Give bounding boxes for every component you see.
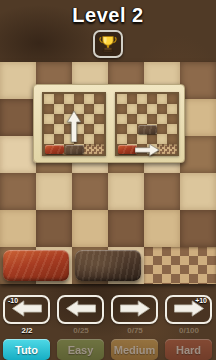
pack-progress-tuto: 2/2 — [0, 326, 54, 335]
red-block — [45, 145, 64, 154]
board-cell — [167, 104, 177, 114]
board-cell — [137, 104, 147, 114]
board-cell — [180, 173, 216, 210]
up-arrow-icon — [67, 111, 81, 142]
board-cell — [180, 99, 216, 136]
board-cell — [0, 136, 36, 173]
board-cell — [137, 114, 147, 124]
board-cell — [167, 134, 177, 144]
goal-zone — [84, 144, 104, 154]
trophy-button[interactable] — [93, 30, 123, 58]
board-cell — [180, 136, 216, 173]
board-cell — [44, 104, 54, 114]
board-cell — [127, 114, 137, 124]
red-block[interactable] — [3, 250, 69, 281]
board-cell — [117, 104, 127, 114]
board-cell — [137, 94, 147, 104]
board-cell — [108, 173, 144, 210]
tutorial-step-2-board — [115, 92, 179, 156]
walnut-block — [138, 125, 157, 134]
board-cell — [84, 94, 94, 104]
pack-button-hard[interactable]: Hard — [165, 339, 212, 360]
board-cell — [144, 210, 180, 247]
goal-zone — [157, 144, 177, 154]
board-cell — [147, 104, 157, 114]
board-cell — [117, 134, 127, 144]
board-cell — [54, 104, 64, 114]
board-cell — [54, 114, 64, 124]
board-cell — [144, 173, 180, 210]
pack-progress-medium: 0/75 — [108, 326, 162, 335]
prev-level-button[interactable] — [57, 295, 104, 324]
walnut-block — [65, 145, 84, 154]
board-cell — [127, 94, 137, 104]
board-cell — [167, 94, 177, 104]
app-screen: Level 2 -10 + — [0, 0, 216, 360]
left-arrow-icon — [66, 300, 96, 320]
right-arrow-icon — [120, 300, 150, 320]
board-cell — [72, 210, 108, 247]
board-cell — [64, 94, 74, 104]
board-cell — [44, 94, 54, 104]
board-cell — [180, 62, 216, 99]
board-cell — [117, 114, 127, 124]
board-cell — [54, 124, 64, 134]
board-cell — [44, 124, 54, 134]
board-cell — [127, 124, 137, 134]
tutorial-panel — [33, 84, 185, 163]
board-cell — [117, 94, 127, 104]
board-cell — [54, 134, 64, 144]
pack-progress-hard: 0/100 — [162, 326, 216, 335]
goal-zone — [144, 247, 216, 284]
pack-button-tuto[interactable]: Tuto — [3, 339, 50, 360]
board-cell — [147, 114, 157, 124]
board-cell — [36, 210, 72, 247]
page-title: Level 2 — [0, 4, 216, 27]
board-cell — [157, 124, 167, 134]
board-cell — [84, 104, 94, 114]
board-cell — [0, 99, 36, 136]
right-arrow-icon — [135, 142, 159, 154]
board-cell — [94, 124, 104, 134]
board-cell — [0, 62, 36, 99]
pack-buttons-row: Tuto Easy Medium Hard — [0, 339, 216, 360]
pack-progress-row: 2/2 0/25 0/75 0/100 — [0, 326, 216, 337]
plus-10-label: +10 — [195, 297, 207, 304]
board-cell — [117, 124, 127, 134]
jump-back-10-button[interactable]: -10 — [3, 295, 50, 324]
walnut-block[interactable] — [75, 250, 141, 281]
board-cell — [167, 124, 177, 134]
board-cell — [84, 114, 94, 124]
board-cell — [0, 173, 36, 210]
pack-progress-easy: 0/25 — [54, 326, 108, 335]
board-cell — [84, 134, 94, 144]
board-cell — [44, 134, 54, 144]
board-cell — [157, 104, 167, 114]
level-nav-bar: -10 +10 — [0, 295, 216, 325]
board-cell — [0, 210, 36, 247]
board-cell — [54, 94, 64, 104]
trophy-icon — [98, 34, 118, 54]
board-cell — [94, 134, 104, 144]
board-cell — [94, 104, 104, 114]
board-cell — [157, 94, 167, 104]
jump-forward-10-button[interactable]: +10 — [165, 295, 212, 324]
board-cell — [72, 173, 108, 210]
board-cell — [74, 94, 84, 104]
board-cell — [108, 210, 144, 247]
tutorial-step-1-board — [42, 92, 106, 156]
board-cell — [167, 114, 177, 124]
board-cell — [180, 210, 216, 247]
board-cell — [36, 173, 72, 210]
board-cell — [127, 104, 137, 114]
pack-button-easy[interactable]: Easy — [57, 339, 104, 360]
board-cell — [94, 94, 104, 104]
minus-10-label: -10 — [8, 297, 18, 304]
pack-button-medium[interactable]: Medium — [111, 339, 158, 360]
board-cell — [157, 114, 167, 124]
red-block — [118, 145, 137, 154]
board-cell — [94, 114, 104, 124]
next-level-button[interactable] — [111, 295, 158, 324]
board-cell — [84, 124, 94, 134]
board-cell — [44, 114, 54, 124]
board-cell — [147, 94, 157, 104]
